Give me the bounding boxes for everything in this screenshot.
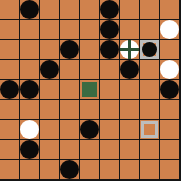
cell-r9c8[interactable] [140, 160, 160, 180]
green-square-marker [82, 82, 97, 97]
cell-r5c8[interactable] [140, 80, 160, 100]
cell-r4c3[interactable] [40, 60, 60, 80]
cell-r7c7[interactable] [120, 120, 140, 140]
cross-marker-horizontal-icon [120, 48, 139, 51]
cell-r6c5[interactable] [80, 100, 100, 120]
cell-r9c5[interactable] [80, 160, 100, 180]
cell-r8c1[interactable] [0, 140, 20, 160]
cell-r7c3[interactable] [40, 120, 60, 140]
white-stone [160, 60, 179, 79]
cell-r5c3[interactable] [40, 80, 60, 100]
cell-r5c9[interactable] [160, 80, 180, 100]
cell-r3c4[interactable] [60, 40, 80, 60]
cell-r6c7[interactable] [120, 100, 140, 120]
cell-r4c1[interactable] [0, 60, 20, 80]
cell-r1c7[interactable] [120, 0, 140, 20]
black-stone [100, 0, 119, 19]
cell-r3c6[interactable] [100, 40, 120, 60]
cell-r1c8[interactable] [140, 0, 160, 20]
cell-r9c7[interactable] [120, 160, 140, 180]
cell-r5c2[interactable] [20, 80, 40, 100]
black-stone [20, 140, 39, 159]
white-stone [20, 120, 39, 139]
cell-r8c9[interactable] [160, 140, 180, 160]
cell-r8c8[interactable] [140, 140, 160, 160]
cell-r9c1[interactable] [0, 160, 20, 180]
cell-r9c4[interactable] [60, 160, 80, 180]
black-stone [100, 40, 119, 59]
cell-r4c4[interactable] [60, 60, 80, 80]
cell-r7c2[interactable] [20, 120, 40, 140]
cell-r3c9[interactable] [160, 40, 180, 60]
cell-r5c7[interactable] [120, 80, 140, 100]
cell-r6c1[interactable] [0, 100, 20, 120]
cell-r1c2[interactable] [20, 0, 40, 20]
black-stone [120, 60, 139, 79]
cell-r8c4[interactable] [60, 140, 80, 160]
cell-r3c8[interactable] [140, 40, 160, 60]
cell-r8c3[interactable] [40, 140, 60, 160]
cell-r3c2[interactable] [20, 40, 40, 60]
cell-r4c2[interactable] [20, 60, 40, 80]
cell-r1c9[interactable] [160, 0, 180, 20]
cell-r7c1[interactable] [0, 120, 20, 140]
cell-r4c6[interactable] [100, 60, 120, 80]
cell-r8c5[interactable] [80, 140, 100, 160]
cell-r4c5[interactable] [80, 60, 100, 80]
cell-r4c8[interactable] [140, 60, 160, 80]
cell-r8c6[interactable] [100, 140, 120, 160]
cell-r5c6[interactable] [100, 80, 120, 100]
cell-r9c2[interactable] [20, 160, 40, 180]
cell-r3c3[interactable] [40, 40, 60, 60]
black-stone [60, 40, 79, 59]
cell-r2c6[interactable] [100, 20, 120, 40]
cell-r4c7[interactable] [120, 60, 140, 80]
cell-r8c7[interactable] [120, 140, 140, 160]
cell-r5c1[interactable] [0, 80, 20, 100]
black-stone [0, 80, 19, 99]
cell-r7c6[interactable] [100, 120, 120, 140]
black-stone [40, 60, 59, 79]
black-stone [80, 120, 99, 139]
cell-r7c9[interactable] [160, 120, 180, 140]
cell-r9c6[interactable] [100, 160, 120, 180]
cell-r3c7[interactable] [120, 40, 140, 60]
cell-r7c8[interactable] [140, 120, 160, 140]
cell-r1c5[interactable] [80, 0, 100, 20]
cell-r6c2[interactable] [20, 100, 40, 120]
cell-r5c4[interactable] [60, 80, 80, 100]
gray-frame-marker [141, 121, 158, 138]
cell-r8c2[interactable] [20, 140, 40, 160]
black-stone [100, 20, 119, 39]
cell-r3c1[interactable] [0, 40, 20, 60]
cell-r3c5[interactable] [80, 40, 100, 60]
cell-r4c9[interactable] [160, 60, 180, 80]
cell-r5c5[interactable] [80, 80, 100, 100]
cell-r6c6[interactable] [100, 100, 120, 120]
cell-r6c3[interactable] [40, 100, 60, 120]
cell-r1c3[interactable] [40, 0, 60, 20]
cell-r6c8[interactable] [140, 100, 160, 120]
cell-r2c4[interactable] [60, 20, 80, 40]
cell-r2c3[interactable] [40, 20, 60, 40]
cell-r2c9[interactable] [160, 20, 180, 40]
cell-r1c1[interactable] [0, 0, 20, 20]
cell-r1c6[interactable] [100, 0, 120, 20]
black-stone [60, 160, 79, 179]
black-stone [160, 80, 179, 99]
black-stone [142, 42, 157, 57]
cell-r2c8[interactable] [140, 20, 160, 40]
cell-r9c9[interactable] [160, 160, 180, 180]
cell-r2c1[interactable] [0, 20, 20, 40]
cell-r6c4[interactable] [60, 100, 80, 120]
black-stone [20, 0, 39, 19]
white-stone [160, 20, 179, 39]
cell-r7c5[interactable] [80, 120, 100, 140]
cell-r9c3[interactable] [40, 160, 60, 180]
cell-r2c2[interactable] [20, 20, 40, 40]
cell-r7c4[interactable] [60, 120, 80, 140]
cell-r1c4[interactable] [60, 0, 80, 20]
cell-r6c9[interactable] [160, 100, 180, 120]
cell-r2c7[interactable] [120, 20, 140, 40]
cell-r2c5[interactable] [80, 20, 100, 40]
black-stone [20, 80, 39, 99]
game-board [0, 0, 181, 181]
